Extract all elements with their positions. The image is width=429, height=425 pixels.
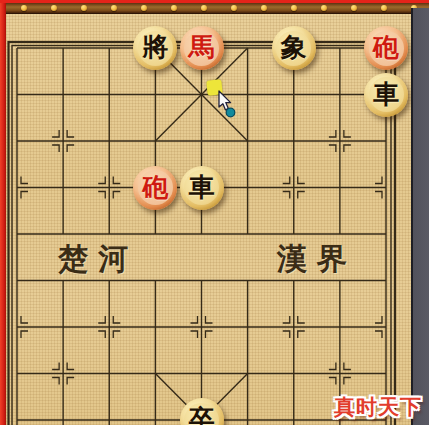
rail-stud — [201, 5, 207, 11]
rail-stud — [231, 5, 237, 11]
mouse-cursor-icon — [218, 90, 238, 118]
river-label-hanjie: 漢界 — [255, 241, 379, 277]
piece-character: 砲 — [369, 31, 404, 66]
window-right-gray-strip — [411, 8, 429, 425]
rail-stud — [21, 5, 27, 11]
window-left-red-edge — [0, 3, 6, 425]
piece-red-cannon-b[interactable]: 砲 — [133, 166, 177, 210]
rail-stud — [141, 5, 147, 11]
rail-stud — [381, 5, 387, 11]
board-top-rail — [0, 3, 429, 14]
piece-character: 車 — [184, 170, 219, 205]
watermark-text: 真时天下 — [334, 393, 422, 421]
piece-character: 象 — [276, 31, 311, 66]
piece-red-horse[interactable]: 馬 — [180, 26, 224, 70]
piece-red-cannon-a[interactable]: 砲 — [364, 26, 408, 70]
rail-stud — [291, 5, 297, 11]
piece-character: 砲 — [138, 170, 173, 205]
piece-character: 將 — [138, 31, 173, 66]
rail-stud — [171, 5, 177, 11]
rail-stud — [261, 5, 267, 11]
rail-stud — [351, 5, 357, 11]
piece-black-elephant[interactable]: 象 — [272, 26, 316, 70]
piece-character: 卒 — [184, 403, 219, 425]
xiangqi-window: 楚河 漢界 將馬象砲車砲車卒 真时天下 — [0, 0, 429, 425]
rail-stud — [321, 5, 327, 11]
piece-character: 車 — [369, 77, 404, 112]
piece-black-chariot-b[interactable]: 車 — [180, 166, 224, 210]
rail-stud — [51, 5, 57, 11]
piece-black-chariot-a[interactable]: 車 — [364, 73, 408, 117]
rail-stud — [111, 5, 117, 11]
rail-stud — [81, 5, 87, 11]
piece-character: 馬 — [184, 31, 219, 66]
river-label-chuhe: 楚河 — [36, 241, 160, 277]
